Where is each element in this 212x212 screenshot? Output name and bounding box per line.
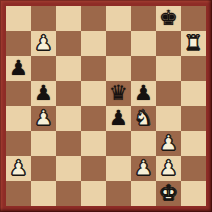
square-d8[interactable] — [81, 6, 106, 31]
square-h4[interactable] — [181, 106, 206, 131]
square-e8[interactable] — [106, 6, 131, 31]
square-f7[interactable] — [131, 31, 156, 56]
square-h2[interactable] — [181, 156, 206, 181]
square-f1[interactable] — [131, 181, 156, 206]
square-d3[interactable] — [81, 131, 106, 156]
black-pawn-e4[interactable]: ♟ — [106, 106, 131, 131]
square-f8[interactable] — [131, 6, 156, 31]
square-c6[interactable] — [56, 56, 81, 81]
square-g7[interactable] — [156, 31, 181, 56]
black-pawn-b5[interactable]: ♟ — [31, 81, 56, 106]
square-f4[interactable]: ♞ — [131, 106, 156, 131]
square-d4[interactable] — [81, 106, 106, 131]
square-c2[interactable] — [56, 156, 81, 181]
square-e6[interactable] — [106, 56, 131, 81]
square-b7[interactable]: ♟ — [31, 31, 56, 56]
square-f5[interactable]: ♟ — [131, 81, 156, 106]
square-c5[interactable] — [56, 81, 81, 106]
square-a8[interactable] — [6, 6, 31, 31]
square-h6[interactable] — [181, 56, 206, 81]
square-g5[interactable] — [156, 81, 181, 106]
square-a1[interactable] — [6, 181, 31, 206]
black-pawn-f5[interactable]: ♟ — [131, 81, 156, 106]
square-d2[interactable] — [81, 156, 106, 181]
white-king-g1[interactable]: ♚ — [156, 181, 181, 206]
square-a6[interactable]: ♟ — [6, 56, 31, 81]
square-g3[interactable]: ♟ — [156, 131, 181, 156]
square-e1[interactable] — [106, 181, 131, 206]
white-pawn-a2[interactable]: ♟ — [6, 156, 31, 181]
square-c7[interactable] — [56, 31, 81, 56]
square-c8[interactable] — [56, 6, 81, 31]
square-g2[interactable]: ♟ — [156, 156, 181, 181]
square-a5[interactable] — [6, 81, 31, 106]
square-a7[interactable] — [6, 31, 31, 56]
square-d5[interactable] — [81, 81, 106, 106]
square-e7[interactable] — [106, 31, 131, 56]
square-g4[interactable] — [156, 106, 181, 131]
white-pawn-g3[interactable]: ♟ — [156, 131, 181, 156]
square-g8[interactable]: ♚ — [156, 6, 181, 31]
square-c4[interactable] — [56, 106, 81, 131]
square-h8[interactable] — [181, 6, 206, 31]
square-e4[interactable]: ♟ — [106, 106, 131, 131]
black-king-g8[interactable]: ♚ — [156, 6, 181, 31]
square-c1[interactable] — [56, 181, 81, 206]
square-f3[interactable] — [131, 131, 156, 156]
square-e2[interactable] — [106, 156, 131, 181]
square-h3[interactable] — [181, 131, 206, 156]
square-h1[interactable] — [181, 181, 206, 206]
chess-board-frame: ♚♟♜♟♟♛♟♟♟♞♟♟♟♟♚ — [0, 0, 212, 212]
screenshot-root: ♚♟♜♟♟♛♟♟♟♞♟♟♟♟♚ — [0, 0, 212, 212]
square-b4[interactable]: ♟ — [31, 106, 56, 131]
square-e5[interactable]: ♛ — [106, 81, 131, 106]
white-rook-h7[interactable]: ♜ — [181, 31, 206, 56]
square-a4[interactable] — [6, 106, 31, 131]
square-d6[interactable] — [81, 56, 106, 81]
square-d7[interactable] — [81, 31, 106, 56]
square-f6[interactable] — [131, 56, 156, 81]
square-g1[interactable]: ♚ — [156, 181, 181, 206]
square-b8[interactable] — [31, 6, 56, 31]
square-g6[interactable] — [156, 56, 181, 81]
square-b6[interactable] — [31, 56, 56, 81]
white-pawn-b7[interactable]: ♟ — [31, 31, 56, 56]
white-knight-f4[interactable]: ♞ — [131, 106, 156, 131]
chess-board: ♚♟♜♟♟♛♟♟♟♞♟♟♟♟♚ — [6, 6, 206, 206]
square-b1[interactable] — [31, 181, 56, 206]
white-pawn-g2[interactable]: ♟ — [156, 156, 181, 181]
square-b5[interactable]: ♟ — [31, 81, 56, 106]
square-d1[interactable] — [81, 181, 106, 206]
black-queen-e5[interactable]: ♛ — [106, 81, 131, 106]
square-b2[interactable] — [31, 156, 56, 181]
square-c3[interactable] — [56, 131, 81, 156]
square-h7[interactable]: ♜ — [181, 31, 206, 56]
square-e3[interactable] — [106, 131, 131, 156]
white-pawn-f2[interactable]: ♟ — [131, 156, 156, 181]
square-f2[interactable]: ♟ — [131, 156, 156, 181]
square-a2[interactable]: ♟ — [6, 156, 31, 181]
square-b3[interactable] — [31, 131, 56, 156]
white-pawn-b4[interactable]: ♟ — [31, 106, 56, 131]
square-a3[interactable] — [6, 131, 31, 156]
black-pawn-a6[interactable]: ♟ — [6, 56, 31, 81]
square-h5[interactable] — [181, 81, 206, 106]
